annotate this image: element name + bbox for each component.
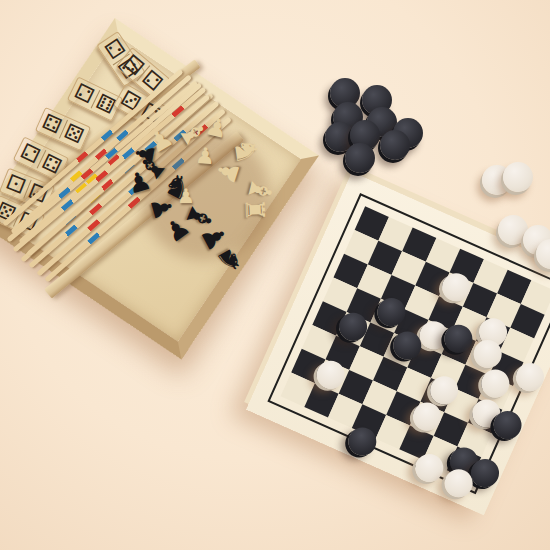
off-board-checker-white[interactable] <box>503 162 533 192</box>
off-board-checker-black[interactable] <box>380 130 410 160</box>
chess-piece-pawn-black[interactable]: ♟ <box>130 141 161 167</box>
board-grid <box>281 206 550 481</box>
off-board-checker-black[interactable] <box>345 143 375 173</box>
scene: ⚁⚂⚀⚁⚁⚅⚂⚁⚃⚄⚁⚃⚀⚂⚄⚁♟♝♟♞♟♝♟♜♝♟♞♟♝♟♟♟♞♟ <box>0 0 550 550</box>
chess-piece-pawn-wood[interactable]: ♟ <box>194 143 215 169</box>
chess-piece-pawn-wood[interactable]: ♟ <box>177 184 195 208</box>
chess-piece-rook-wood[interactable]: ♜ <box>240 198 271 222</box>
